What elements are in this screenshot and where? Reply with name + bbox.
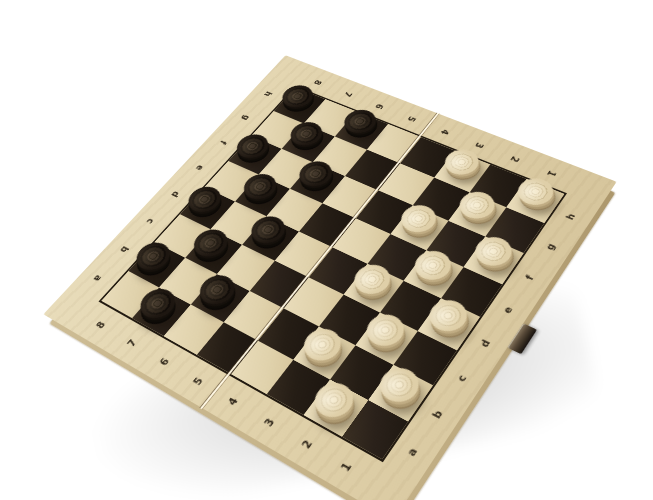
clasp-latch-icon [507,323,537,354]
black-checker-f6[interactable] [293,157,338,190]
white-checker-f3[interactable] [395,201,442,237]
white-checker-d1[interactable] [423,295,474,337]
product-photo-stage: abcdefgh abcdefgh 87654321 87654321 [0,0,653,500]
black-checker-c7[interactable] [187,225,234,262]
black-checker-a7[interactable] [134,284,182,324]
